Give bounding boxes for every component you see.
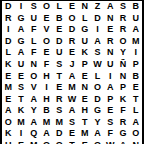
- grid-cell-r12c7[interactable]: M: [78, 128, 91, 140]
- grid-cell-r5c9[interactable]: N: [104, 47, 117, 59]
- grid-cell-r6c11[interactable]: P: [129, 59, 142, 71]
- grid-cell-r1c6[interactable]: E: [66, 1, 79, 13]
- grid-cell-r10c6[interactable]: A: [66, 105, 79, 117]
- grid-cell-r12c4[interactable]: A: [40, 128, 53, 140]
- grid-cell-r4c11[interactable]: M: [129, 36, 142, 48]
- grid-cell-r6c1[interactable]: K: [2, 59, 15, 71]
- grid-cell-r8c4[interactable]: I: [40, 82, 53, 94]
- grid-cell-r7c4[interactable]: H: [40, 70, 53, 82]
- grid-cell-r12c11[interactable]: O: [129, 128, 142, 140]
- grid-cell-r12c9[interactable]: F: [104, 128, 117, 140]
- grid-cell-r8c1[interactable]: M: [2, 82, 15, 94]
- grid-cell-r13c1[interactable]: U: [2, 140, 15, 144]
- grid-cell-r5c3[interactable]: F: [27, 47, 40, 59]
- grid-cell-r12c6[interactable]: E: [66, 128, 79, 140]
- grid-cell-r13c10[interactable]: A: [117, 140, 130, 144]
- grid-cell-r10c2[interactable]: K: [15, 105, 28, 117]
- grid-cell-r10c11[interactable]: L: [129, 105, 142, 117]
- grid-cell-r11c4[interactable]: M: [40, 116, 53, 128]
- grid-cell-r9c8[interactable]: D: [91, 93, 104, 105]
- grid-cell-r3c8[interactable]: I: [91, 24, 104, 36]
- grid-cell-r5c5[interactable]: U: [53, 47, 66, 59]
- grid-cell-r13c8[interactable]: O: [91, 140, 104, 144]
- grid-cell-r2c2[interactable]: G: [15, 13, 28, 25]
- grid-cell-r6c5[interactable]: S: [53, 59, 66, 71]
- grid-cell-r13c3[interactable]: M: [27, 140, 40, 144]
- grid-cell-r6c2[interactable]: U: [15, 59, 28, 71]
- grid-cell-r8c7[interactable]: N: [78, 82, 91, 94]
- grid-cell-r12c10[interactable]: G: [117, 128, 130, 140]
- grid-cell-r5c7[interactable]: K: [78, 47, 91, 59]
- grid-cell-r1c11[interactable]: B: [129, 1, 142, 13]
- grid-cell-r9c1[interactable]: E: [2, 93, 15, 105]
- word-search-grid: DISOLENZASBRGUEBOLDNRUIAFVEDGIERADGLODRU…: [2, 1, 142, 144]
- grid-cell-r4c8[interactable]: A: [91, 36, 104, 48]
- grid-cell-r9c2[interactable]: T: [15, 93, 28, 105]
- grid-cell-r2c11[interactable]: U: [129, 13, 142, 25]
- grid-cell-r7c3[interactable]: O: [27, 70, 40, 82]
- grid-cell-r2c8[interactable]: D: [91, 13, 104, 25]
- grid-cell-r7c6[interactable]: A: [66, 70, 79, 82]
- grid-cell-r7c5[interactable]: T: [53, 70, 66, 82]
- grid-cell-r9c6[interactable]: W: [66, 93, 79, 105]
- grid-cell-r13c2[interactable]: E: [15, 140, 28, 144]
- grid-cell-r10c4[interactable]: B: [40, 105, 53, 117]
- grid-cell-r1c2[interactable]: I: [15, 1, 28, 13]
- grid-cell-r12c3[interactable]: Q: [27, 128, 40, 140]
- grid-cell-r6c4[interactable]: F: [40, 59, 53, 71]
- grid-cell-r5c8[interactable]: S: [91, 47, 104, 59]
- grid-cell-r1c7[interactable]: N: [78, 1, 91, 13]
- grid-cell-r8c3[interactable]: V: [27, 82, 40, 94]
- grid-cell-r4c2[interactable]: G: [15, 36, 28, 48]
- grid-cell-r2c6[interactable]: O: [66, 13, 79, 25]
- grid-cell-r10c10[interactable]: F: [117, 105, 130, 117]
- grid-cell-r9c9[interactable]: P: [104, 93, 117, 105]
- grid-cell-r5c1[interactable]: L: [2, 47, 15, 59]
- grid-cell-r4c3[interactable]: L: [27, 36, 40, 48]
- grid-cell-r8c2[interactable]: S: [15, 82, 28, 94]
- grid-cell-r8c8[interactable]: O: [91, 82, 104, 94]
- grid-cell-r13c5[interactable]: O: [53, 140, 66, 144]
- grid-cell-r7c7[interactable]: E: [78, 70, 91, 82]
- grid-cell-r1c4[interactable]: O: [40, 1, 53, 13]
- grid-cell-r4c9[interactable]: R: [104, 36, 117, 48]
- grid-cell-r7c9[interactable]: I: [104, 70, 117, 82]
- grid-cell-r5c11[interactable]: I: [129, 47, 142, 59]
- grid-cell-r8c5[interactable]: E: [53, 82, 66, 94]
- grid-cell-r3c1[interactable]: I: [2, 24, 15, 36]
- grid-cell-r6c9[interactable]: U: [104, 59, 117, 71]
- grid-cell-r7c1[interactable]: E: [2, 70, 15, 82]
- grid-cell-r6c8[interactable]: W: [91, 59, 104, 71]
- grid-cell-r10c7[interactable]: H: [78, 105, 91, 117]
- grid-cell-r5c6[interactable]: E: [66, 47, 79, 59]
- grid-cell-r11c3[interactable]: A: [27, 116, 40, 128]
- grid-cell-r4c10[interactable]: O: [117, 36, 130, 48]
- grid-cell-r10c8[interactable]: G: [91, 105, 104, 117]
- grid-cell-r2c1[interactable]: R: [2, 13, 15, 25]
- grid-cell-r3c5[interactable]: E: [53, 24, 66, 36]
- grid-cell-r9c10[interactable]: K: [117, 93, 130, 105]
- grid-cell-r2c4[interactable]: E: [40, 13, 53, 25]
- grid-cell-r11c5[interactable]: M: [53, 116, 66, 128]
- grid-cell-r2c9[interactable]: N: [104, 13, 117, 25]
- grid-cell-r2c5[interactable]: B: [53, 13, 66, 25]
- grid-cell-r13c11[interactable]: N: [129, 140, 142, 144]
- grid-cell-r7c2[interactable]: E: [15, 70, 28, 82]
- grid-cell-r10c3[interactable]: Y: [27, 105, 40, 117]
- grid-cell-r8c9[interactable]: A: [104, 82, 117, 94]
- grid-cell-r11c9[interactable]: S: [104, 116, 117, 128]
- grid-cell-r4c4[interactable]: O: [40, 36, 53, 48]
- grid-cell-r3c6[interactable]: D: [66, 24, 79, 36]
- grid-cell-r1c9[interactable]: A: [104, 1, 117, 13]
- grid-cell-r6c6[interactable]: J: [66, 59, 79, 71]
- grid-cell-r7c8[interactable]: L: [91, 70, 104, 82]
- grid-cell-r9c5[interactable]: R: [53, 93, 66, 105]
- grid-cell-r2c3[interactable]: U: [27, 13, 40, 25]
- grid-cell-r12c1[interactable]: K: [2, 128, 15, 140]
- grid-cell-r11c1[interactable]: O: [2, 116, 15, 128]
- grid-cell-r7c10[interactable]: N: [117, 70, 130, 82]
- grid-cell-r11c6[interactable]: S: [66, 116, 79, 128]
- grid-cell-r12c2[interactable]: I: [15, 128, 28, 140]
- grid-cell-r9c7[interactable]: E: [78, 93, 91, 105]
- word-search-puzzle: DISOLENZASBRGUEBOLDNRUIAFVEDGIERADGLODRU…: [0, 0, 144, 144]
- grid-cell-r1c3[interactable]: S: [27, 1, 40, 13]
- grid-cell-r3c4[interactable]: V: [40, 24, 53, 36]
- grid-cell-r13c6[interactable]: T: [66, 140, 79, 144]
- grid-cell-r4c6[interactable]: R: [66, 36, 79, 48]
- grid-cell-r11c8[interactable]: Y: [91, 116, 104, 128]
- grid-cell-r4c1[interactable]: D: [2, 36, 15, 48]
- grid-cell-r10c9[interactable]: E: [104, 105, 117, 117]
- grid-cell-r3c7[interactable]: G: [78, 24, 91, 36]
- grid-cell-r5c2[interactable]: A: [15, 47, 28, 59]
- grid-cell-r11c11[interactable]: A: [129, 116, 142, 128]
- grid-cell-r11c10[interactable]: R: [117, 116, 130, 128]
- grid-cell-r5c10[interactable]: Y: [117, 47, 130, 59]
- grid-cell-r8c11[interactable]: E: [129, 82, 142, 94]
- grid-cell-r7c11[interactable]: B: [129, 70, 142, 82]
- grid-cell-r13c9[interactable]: W: [104, 140, 117, 144]
- grid-cell-r11c2[interactable]: M: [15, 116, 28, 128]
- grid-cell-r3c2[interactable]: A: [15, 24, 28, 36]
- grid-cell-r3c10[interactable]: R: [117, 24, 130, 36]
- grid-cell-r11c7[interactable]: T: [78, 116, 91, 128]
- grid-cell-r12c8[interactable]: A: [91, 128, 104, 140]
- grid-cell-r3c3[interactable]: F: [27, 24, 40, 36]
- grid-cell-r9c3[interactable]: A: [27, 93, 40, 105]
- grid-cell-r13c7[interactable]: E: [78, 140, 91, 144]
- grid-cell-r5c4[interactable]: E: [40, 47, 53, 59]
- grid-cell-r6c3[interactable]: N: [27, 59, 40, 71]
- grid-cell-r1c5[interactable]: L: [53, 1, 66, 13]
- grid-cell-r9c4[interactable]: H: [40, 93, 53, 105]
- grid-cell-r10c5[interactable]: S: [53, 105, 66, 117]
- grid-cell-r13c4[interactable]: O: [40, 140, 53, 144]
- grid-cell-r8c6[interactable]: M: [66, 82, 79, 94]
- grid-cell-r1c8[interactable]: Z: [91, 1, 104, 13]
- grid-cell-r4c5[interactable]: D: [53, 36, 66, 48]
- grid-cell-r4c7[interactable]: U: [78, 36, 91, 48]
- grid-cell-r1c10[interactable]: S: [117, 1, 130, 13]
- grid-cell-r10c1[interactable]: A: [2, 105, 15, 117]
- grid-cell-r1c1[interactable]: D: [2, 1, 15, 13]
- grid-cell-r3c11[interactable]: A: [129, 24, 142, 36]
- grid-cell-r6c7[interactable]: P: [78, 59, 91, 71]
- grid-cell-r12c5[interactable]: D: [53, 128, 66, 140]
- grid-cell-r9c11[interactable]: T: [129, 93, 142, 105]
- grid-cell-r2c10[interactable]: R: [117, 13, 130, 25]
- grid-cell-r2c7[interactable]: L: [78, 13, 91, 25]
- grid-cell-r3c9[interactable]: E: [104, 24, 117, 36]
- grid-cell-r8c10[interactable]: P: [117, 82, 130, 94]
- grid-cell-r6c10[interactable]: Ñ: [117, 59, 130, 71]
